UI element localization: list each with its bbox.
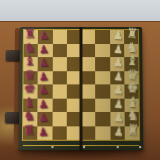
black-pawn[interactable]: ♟ xyxy=(37,29,52,41)
square-r7c5[interactable] xyxy=(81,112,95,126)
square-r8c7[interactable]: ♟ xyxy=(110,126,125,140)
chessboard-photo-scene: ♜♟♟♜♞♟♟♞♝♟♟♝♛♟♟♛♚♟♟♚♝♟♟♝♞♟♟♞♜♟♟♜ xyxy=(0,0,160,160)
square-r5c6[interactable] xyxy=(95,84,109,98)
square-r8c3[interactable] xyxy=(52,126,67,140)
white-pawn[interactable]: ♟ xyxy=(110,29,125,41)
screw-dot-icon xyxy=(51,146,53,148)
square-r4c6[interactable] xyxy=(95,71,109,85)
clasp-latch-icon xyxy=(5,112,20,123)
square-r5c3[interactable] xyxy=(52,84,66,98)
square-r1c6[interactable] xyxy=(95,30,109,44)
square-r2c3[interactable] xyxy=(52,44,66,58)
square-r6c5[interactable] xyxy=(81,98,95,112)
white-pawn[interactable]: ♟ xyxy=(110,84,125,96)
white-pawn[interactable]: ♟ xyxy=(110,70,125,82)
square-r1c5[interactable] xyxy=(81,30,95,44)
square-r8c2[interactable]: ♟ xyxy=(37,126,52,140)
black-rook[interactable]: ♜ xyxy=(22,27,37,40)
square-r8c6[interactable] xyxy=(95,126,110,140)
square-r3c5[interactable] xyxy=(81,57,95,71)
white-pawn[interactable]: ♟ xyxy=(110,98,125,110)
black-bishop[interactable]: ♝ xyxy=(22,55,37,68)
square-r1c2[interactable]: ♟ xyxy=(38,30,52,44)
screw-dot-icon xyxy=(139,146,141,148)
white-pawn[interactable]: ♟ xyxy=(111,125,126,138)
square-r4c5[interactable] xyxy=(81,71,95,85)
black-king[interactable]: ♚ xyxy=(22,82,37,95)
board-frame: ♜♟♟♜♞♟♟♞♝♟♟♝♛♟♟♛♚♟♟♚♝♟♟♝♞♟♟♞♜♟♟♜ xyxy=(19,27,144,150)
black-pawn[interactable]: ♟ xyxy=(36,98,51,110)
square-r3c6[interactable] xyxy=(95,57,109,71)
white-pawn[interactable]: ♟ xyxy=(110,43,125,55)
square-r3c2[interactable]: ♟ xyxy=(38,57,52,71)
black-pawn[interactable]: ♟ xyxy=(36,125,51,138)
black-pawn[interactable]: ♟ xyxy=(37,57,52,69)
square-r7c7[interactable]: ♟ xyxy=(110,112,125,126)
screw-dot-icon xyxy=(83,146,85,148)
square-r5c5[interactable] xyxy=(81,84,95,98)
white-pawn[interactable]: ♟ xyxy=(110,57,125,69)
black-pawn[interactable]: ♟ xyxy=(36,111,51,124)
square-r2c5[interactable] xyxy=(81,44,95,58)
square-r5c2[interactable]: ♟ xyxy=(38,84,52,98)
black-pawn[interactable]: ♟ xyxy=(37,43,52,55)
square-r3c7[interactable]: ♟ xyxy=(110,57,124,71)
square-r1c7[interactable]: ♟ xyxy=(110,30,124,44)
screw-dot-icon xyxy=(117,146,119,148)
square-r8c8[interactable]: ♜ xyxy=(124,126,139,140)
folding-chess-board: ♜♟♟♜♞♟♟♞♝♟♟♝♛♟♟♛♚♟♟♚♝♟♟♝♞♟♟♞♜♟♟♜ xyxy=(19,27,144,150)
square-r2c6[interactable] xyxy=(95,44,109,58)
square-r3c3[interactable] xyxy=(52,57,66,71)
white-rook[interactable]: ♜ xyxy=(125,123,140,137)
square-r7c2[interactable]: ♟ xyxy=(38,112,53,126)
square-r6c6[interactable] xyxy=(95,98,109,112)
board-fold-seam xyxy=(79,27,82,150)
square-r4c3[interactable] xyxy=(52,71,66,85)
black-rook[interactable]: ♜ xyxy=(22,123,37,137)
black-pawn[interactable]: ♟ xyxy=(36,84,51,96)
square-r6c3[interactable] xyxy=(52,98,66,112)
square-r8c5[interactable] xyxy=(81,126,96,140)
clasp-latch-icon xyxy=(6,50,21,61)
square-r7c3[interactable] xyxy=(52,112,67,126)
square-r5c7[interactable]: ♟ xyxy=(110,84,124,98)
wall-background xyxy=(0,0,160,21)
square-r7c6[interactable] xyxy=(95,112,110,126)
black-pawn[interactable]: ♟ xyxy=(36,70,51,82)
square-r1c3[interactable] xyxy=(52,30,66,44)
black-knight[interactable]: ♞ xyxy=(22,109,37,123)
white-pawn[interactable]: ♟ xyxy=(111,111,126,124)
